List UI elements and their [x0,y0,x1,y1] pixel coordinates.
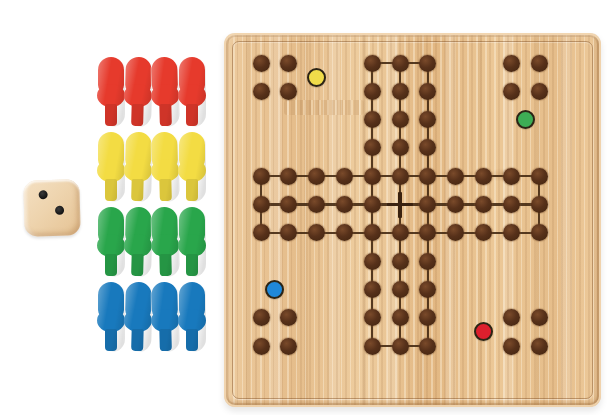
board-hole-c7r10[interactable] [419,309,436,326]
peg-bulb [151,234,180,258]
board-hole-c7r9[interactable] [419,281,436,298]
red-peg[interactable] [123,57,153,128]
peg-stem [159,254,172,276]
board-hole-c2r7[interactable] [280,224,297,241]
board-hole-c3r5[interactable] [308,168,325,185]
yellow-peg[interactable] [150,132,180,203]
board-hole-c7r5[interactable] [419,168,436,185]
yellow-peg[interactable] [178,132,206,202]
board-hole-c9r5[interactable] [475,168,492,185]
peg-bulb [97,309,125,332]
peg-head [98,282,124,319]
peg-bulb [178,159,206,182]
board-hole-c11r10[interactable] [531,309,548,326]
peg-bulb [124,309,153,333]
peg-head [151,132,178,170]
board-hole-c10r5[interactable] [503,168,520,185]
green-peg[interactable] [97,207,125,277]
peg-stem [159,104,172,126]
board-hole-c8r6[interactable] [447,196,464,213]
peg-bulb [151,84,180,108]
blue-start-marker [265,280,284,299]
peg-head [98,57,124,94]
green-peg[interactable] [150,207,180,278]
product-photo-scene [0,0,610,415]
board-hole-c5r10[interactable] [364,309,381,326]
peg-stem [159,329,172,351]
peg-stem [186,104,198,126]
board-hole-c6r7[interactable] [392,224,409,241]
peg-stem [131,254,144,276]
board-hole-c1r10[interactable] [253,309,270,326]
board-hole-c10r6[interactable] [503,196,520,213]
board-hole-c5r9[interactable] [364,281,381,298]
board-hole-c2r2[interactable] [280,83,297,100]
board-hole-c5r2[interactable] [364,83,381,100]
die-pip [38,190,47,199]
board-hole-c6r10[interactable] [392,309,409,326]
game-board [224,33,601,407]
peg-stem [186,179,198,201]
board-hole-c1r6[interactable] [253,196,270,213]
peg-stem [105,179,117,201]
board-hole-c6r8[interactable] [392,253,409,270]
peg-head [98,207,124,244]
board-hole-c4r6[interactable] [336,196,353,213]
green-start-marker [516,110,535,129]
peg-head [151,57,178,95]
peg-head [151,282,178,320]
peg-stem [131,179,144,201]
board-hole-c2r10[interactable] [280,309,297,326]
die[interactable] [23,179,80,236]
peg-stem [131,104,144,126]
board-hole-c10r11[interactable] [503,338,520,355]
green-peg[interactable] [123,207,153,278]
board-hole-c11r6[interactable] [531,196,548,213]
board-hole-c10r10[interactable] [503,309,520,326]
peg-bulb [124,159,153,183]
board-hole-c10r1[interactable] [503,55,520,72]
peg-bulb [151,309,180,333]
embossed-brand-mark [284,100,364,115]
peg-bulb [178,234,206,257]
board-hole-c6r9[interactable] [392,281,409,298]
board-hole-c5r5[interactable] [364,168,381,185]
red-peg[interactable] [178,57,206,127]
red-start-marker [474,322,493,341]
peg-head [179,132,205,169]
board-hole-c7r2[interactable] [419,83,436,100]
peg-head [98,132,124,169]
board-hole-c6r2[interactable] [392,83,409,100]
board-hole-c1r1[interactable] [253,55,270,72]
board-hole-c5r7[interactable] [364,224,381,241]
board-hole-c5r11[interactable] [364,338,381,355]
board-hole-c7r4[interactable] [419,139,436,156]
peg-stem [159,179,172,201]
blue-peg[interactable] [123,282,153,353]
die-pip [55,206,64,215]
board-hole-c10r2[interactable] [503,83,520,100]
board-hole-c7r8[interactable] [419,253,436,270]
board-hole-c11r2[interactable] [531,83,548,100]
peg-stem [186,254,198,276]
peg-stem [186,329,198,351]
peg-bulb [178,309,206,332]
peg-bulb [124,234,153,258]
red-peg[interactable] [97,57,125,127]
peg-tray-red [97,57,205,127]
blue-peg[interactable] [97,282,125,352]
board-hole-c9r7[interactable] [475,224,492,241]
board-hole-c7r6[interactable] [419,196,436,213]
board-hole-c5r8[interactable] [364,253,381,270]
peg-stem [105,329,117,351]
yellow-peg[interactable] [97,132,125,202]
peg-head [179,57,205,94]
peg-head [125,207,152,245]
board-hole-c1r7[interactable] [253,224,270,241]
board-hole-c11r5[interactable] [531,168,548,185]
peg-stem [105,254,117,276]
peg-head [179,282,205,319]
peg-tray-blue [97,282,205,352]
board-hole-c11r1[interactable] [531,55,548,72]
board-hole-c1r11[interactable] [253,338,270,355]
board-hole-c6r3[interactable] [392,111,409,128]
board-hole-c9r6[interactable] [475,196,492,213]
board-hole-c6r11[interactable] [392,338,409,355]
peg-head [151,207,178,245]
board-hole-c6r5[interactable] [392,168,409,185]
peg-head [125,132,152,170]
board-hole-c2r11[interactable] [280,338,297,355]
board-hole-c5r4[interactable] [364,139,381,156]
peg-bulb [151,159,180,183]
peg-bulb [97,84,125,107]
peg-head [125,282,152,320]
board-hole-c1r2[interactable] [253,83,270,100]
board-hole-c4r5[interactable] [336,168,353,185]
peg-bulb [97,234,125,257]
board-hole-c7r3[interactable] [419,111,436,128]
peg-stem [131,329,144,351]
board-hole-c2r1[interactable] [280,55,297,72]
board-hole-c5r1[interactable] [364,55,381,72]
board-hole-c7r7[interactable] [419,224,436,241]
peg-head [125,57,152,95]
board-hole-c3r6[interactable] [308,196,325,213]
peg-bulb [178,84,206,107]
board-hole-c4r7[interactable] [336,224,353,241]
board-hole-c10r7[interactable] [503,224,520,241]
board-hole-c3r7[interactable] [308,224,325,241]
red-peg[interactable] [150,57,180,128]
blue-peg[interactable] [178,282,206,352]
yellow-start-marker [307,68,326,87]
board-hole-c8r7[interactable] [447,224,464,241]
board-hole-c2r5[interactable] [280,168,297,185]
board-hole-c1r5[interactable] [253,168,270,185]
peg-tray-green [97,207,205,277]
board-hole-c6r1[interactable] [392,55,409,72]
board-hole-c11r11[interactable] [531,338,548,355]
center-plus-mark [398,192,401,218]
peg-stem [105,104,117,126]
blue-peg[interactable] [150,282,180,353]
board-hole-c7r11[interactable] [419,338,436,355]
green-peg[interactable] [178,207,206,277]
peg-head [179,207,205,244]
board-hole-c5r6[interactable] [364,196,381,213]
peg-bulb [124,84,153,108]
board-hole-c11r7[interactable] [531,224,548,241]
board-hole-c7r1[interactable] [419,55,436,72]
board-hole-c5r3[interactable] [364,111,381,128]
yellow-peg[interactable] [123,132,153,203]
board-hole-c6r4[interactable] [392,139,409,156]
peg-tray-yellow [97,132,205,202]
board-hole-c2r6[interactable] [280,196,297,213]
board-hole-c8r5[interactable] [447,168,464,185]
peg-bulb [97,159,125,182]
